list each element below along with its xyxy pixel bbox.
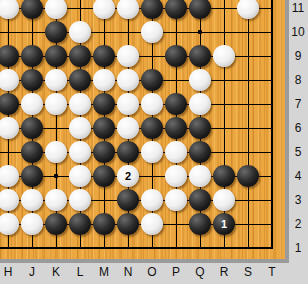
go-board-diagram: 21 HJKLMNOPQRST 1110987654321 <box>0 0 308 284</box>
col-label-P: P <box>166 262 186 282</box>
stone-black-M2[interactable] <box>93 213 115 235</box>
stone-black-J11[interactable] <box>21 0 43 19</box>
stone-black-H7[interactable] <box>0 93 19 115</box>
stone-black-M4[interactable] <box>93 165 115 187</box>
stone-black-R2[interactable]: 1 <box>213 213 235 235</box>
stone-white-H8[interactable] <box>0 69 19 91</box>
row-label-3: 3 <box>288 190 308 210</box>
col-label-H: H <box>0 262 18 282</box>
stone-black-P6[interactable] <box>165 117 187 139</box>
stone-black-N3[interactable] <box>117 189 139 211</box>
stone-white-N9[interactable] <box>117 45 139 67</box>
stone-white-K3[interactable] <box>45 189 67 211</box>
stone-black-P7[interactable] <box>165 93 187 115</box>
go-board[interactable]: 21 <box>0 0 289 263</box>
stone-black-M9[interactable] <box>93 45 115 67</box>
stone-white-L7[interactable] <box>69 93 91 115</box>
stone-white-J7[interactable] <box>21 93 43 115</box>
stone-black-L8[interactable] <box>69 69 91 91</box>
stone-white-M8[interactable] <box>93 69 115 91</box>
grid-vline-col-S <box>248 0 249 249</box>
stone-white-K8[interactable] <box>45 69 67 91</box>
stone-white-J3[interactable] <box>21 189 43 211</box>
stone-black-J9[interactable] <box>21 45 43 67</box>
stone-white-H11[interactable] <box>0 0 19 19</box>
stone-black-J8[interactable] <box>21 69 43 91</box>
grid-vline-col-T <box>271 0 273 249</box>
stone-white-H6[interactable] <box>0 117 19 139</box>
stone-black-J6[interactable] <box>21 117 43 139</box>
col-label-R: R <box>214 262 234 282</box>
stone-black-Q5[interactable] <box>189 141 211 163</box>
stone-black-J5[interactable] <box>21 141 43 163</box>
row-label-7: 7 <box>288 94 308 114</box>
stone-white-K5[interactable] <box>45 141 67 163</box>
row-label-1: 1 <box>288 238 308 258</box>
stone-black-R4[interactable] <box>213 165 235 187</box>
stone-black-Q3[interactable] <box>189 189 211 211</box>
stone-white-N6[interactable] <box>117 117 139 139</box>
stone-white-J2[interactable] <box>21 213 43 235</box>
col-label-O: O <box>142 262 162 282</box>
col-label-J: J <box>22 262 42 282</box>
stone-black-P9[interactable] <box>165 45 187 67</box>
stone-black-K10[interactable] <box>45 21 67 43</box>
stone-white-N11[interactable] <box>117 0 139 19</box>
col-label-L: L <box>70 262 90 282</box>
col-label-K: K <box>46 262 66 282</box>
stone-black-O6[interactable] <box>141 117 163 139</box>
stone-black-L9[interactable] <box>69 45 91 67</box>
stone-black-O8[interactable] <box>141 69 163 91</box>
grid-hline-row-10 <box>0 32 273 33</box>
stone-black-N5[interactable] <box>117 141 139 163</box>
stone-white-O3[interactable] <box>141 189 163 211</box>
stone-white-O10[interactable] <box>141 21 163 43</box>
row-label-6: 6 <box>288 118 308 138</box>
stone-white-Q7[interactable] <box>189 93 211 115</box>
row-label-11: 11 <box>288 0 308 18</box>
grid-hline-row-1 <box>0 247 273 249</box>
stone-black-K2[interactable] <box>45 213 67 235</box>
row-label-2: 2 <box>288 214 308 234</box>
stone-white-N7[interactable] <box>117 93 139 115</box>
col-label-Q: Q <box>190 262 210 282</box>
stone-white-O2[interactable] <box>141 213 163 235</box>
stone-black-Q11[interactable] <box>189 0 211 19</box>
stone-black-N2[interactable] <box>117 213 139 235</box>
row-label-8: 8 <box>288 70 308 90</box>
stone-white-H2[interactable] <box>0 213 19 235</box>
stone-black-K9[interactable] <box>45 45 67 67</box>
stone-black-Q6[interactable] <box>189 117 211 139</box>
stone-white-P3[interactable] <box>165 189 187 211</box>
stone-black-O11[interactable] <box>141 0 163 19</box>
stone-black-Q9[interactable] <box>189 45 211 67</box>
stone-white-H3[interactable] <box>0 189 19 211</box>
stone-white-P4[interactable] <box>165 165 187 187</box>
stone-black-S4[interactable] <box>237 165 259 187</box>
stone-white-O7[interactable] <box>141 93 163 115</box>
row-label-4: 4 <box>288 166 308 186</box>
stone-white-R9[interactable] <box>213 45 235 67</box>
stone-white-N8[interactable] <box>117 69 139 91</box>
grid-vline-col-R <box>224 0 225 249</box>
stone-black-H9[interactable] <box>0 45 19 67</box>
stone-white-Q4[interactable] <box>189 165 211 187</box>
stone-white-L10[interactable] <box>69 21 91 43</box>
stone-white-H4[interactable] <box>0 165 19 187</box>
stone-black-M5[interactable] <box>93 141 115 163</box>
stone-white-K7[interactable] <box>45 93 67 115</box>
stone-white-Q8[interactable] <box>189 69 211 91</box>
star-point-Q10 <box>198 30 202 34</box>
stone-white-P5[interactable] <box>165 141 187 163</box>
stone-white-R3[interactable] <box>213 189 235 211</box>
stone-black-M6[interactable] <box>93 117 115 139</box>
stone-white-S11[interactable] <box>237 0 259 19</box>
stone-white-O5[interactable] <box>141 141 163 163</box>
stone-white-L6[interactable] <box>69 117 91 139</box>
stone-black-J4[interactable] <box>21 165 43 187</box>
stone-white-M11[interactable] <box>93 0 115 19</box>
col-label-T: T <box>262 262 282 282</box>
col-label-N: N <box>118 262 138 282</box>
stone-black-L2[interactable] <box>69 213 91 235</box>
stone-white-N4[interactable]: 2 <box>117 165 139 187</box>
row-label-5: 5 <box>288 142 308 162</box>
stone-white-L4[interactable] <box>69 165 91 187</box>
col-label-S: S <box>238 262 258 282</box>
star-point-K4 <box>54 174 58 178</box>
row-label-10: 10 <box>288 22 308 42</box>
stone-black-M7[interactable] <box>93 93 115 115</box>
row-label-9: 9 <box>288 46 308 66</box>
stone-black-P11[interactable] <box>165 0 187 19</box>
stone-white-K11[interactable] <box>45 0 67 19</box>
stone-white-L3[interactable] <box>69 189 91 211</box>
stone-white-L5[interactable] <box>69 141 91 163</box>
col-label-M: M <box>94 262 114 282</box>
stone-black-Q2[interactable] <box>189 213 211 235</box>
